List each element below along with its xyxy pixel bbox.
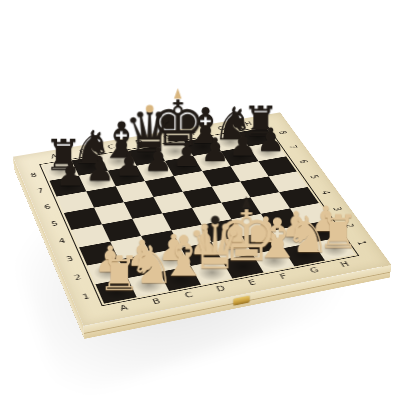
black-king-finial xyxy=(173,88,181,98)
piece-white-rook-a1[interactable]: ♜ xyxy=(92,242,144,296)
black-queen-finial xyxy=(145,105,153,113)
white-king-finial xyxy=(242,196,251,208)
rook-glyph: ♜ xyxy=(97,249,140,296)
product-photo-scene: ABCDEFGH ABCDEFGH 87654321 87654321 ♜♞♝♛… xyxy=(0,0,400,400)
box-brass-clasp xyxy=(233,296,249,306)
white-queen-finial xyxy=(210,216,219,225)
